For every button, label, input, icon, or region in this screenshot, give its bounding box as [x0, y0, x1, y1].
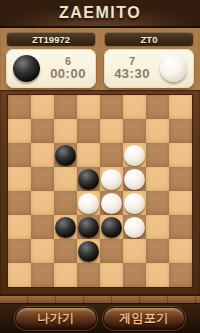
board-cell-h7[interactable]: [169, 239, 192, 263]
board-cell-g2[interactable]: [146, 119, 169, 143]
white-piece: [124, 193, 145, 214]
board-cell-e2[interactable]: [100, 119, 123, 143]
board-cell-d7[interactable]: [77, 239, 100, 263]
board-cell-c2[interactable]: [54, 119, 77, 143]
board-cell-d3[interactable]: [77, 143, 100, 167]
board-cell-e8[interactable]: [100, 263, 123, 287]
board-cell-a7[interactable]: [8, 239, 31, 263]
black-timer: 00:00: [40, 67, 96, 81]
board-cell-f1[interactable]: [123, 95, 146, 119]
board-cell-b1[interactable]: [31, 95, 54, 119]
board-cell-e1[interactable]: [100, 95, 123, 119]
black-player-name-badge: ZT19972: [6, 32, 96, 47]
white-player-name-badge: ZT0: [104, 32, 194, 47]
board-cell-f2[interactable]: [123, 119, 146, 143]
board-cell-d5[interactable]: [77, 191, 100, 215]
board-cell-a6[interactable]: [8, 215, 31, 239]
board-cell-e7[interactable]: [100, 239, 123, 263]
board-cell-g1[interactable]: [146, 95, 169, 119]
white-stone-icon: [160, 55, 187, 82]
board-cell-b6[interactable]: [31, 215, 54, 239]
board-cell-e5[interactable]: [100, 191, 123, 215]
board-cell-c4[interactable]: [54, 167, 77, 191]
board-cell-h2[interactable]: [169, 119, 192, 143]
board-cell-f7[interactable]: [123, 239, 146, 263]
board-cell-g6[interactable]: [146, 215, 169, 239]
board-cell-a4[interactable]: [8, 167, 31, 191]
white-player-stats: 7 43:30: [104, 56, 160, 81]
board-cell-f5[interactable]: [123, 191, 146, 215]
board-frame: [0, 90, 200, 294]
black-piece: [101, 217, 122, 238]
black-piece: [55, 217, 76, 238]
black-player-name: ZT19972: [32, 34, 70, 45]
players-row: ZT19972 6 00:00 ZT0 7 43:30: [0, 28, 200, 88]
board-cell-d8[interactable]: [77, 263, 100, 287]
board-cell-g5[interactable]: [146, 191, 169, 215]
white-timer: 43:30: [104, 67, 160, 81]
app-window: ZAEMITO ZT19972 6 00:00 ZT0 7 43:30: [0, 0, 200, 333]
board-grid: [8, 95, 192, 287]
black-piece: [55, 145, 76, 166]
board-cell-b7[interactable]: [31, 239, 54, 263]
board-cell-h5[interactable]: [169, 191, 192, 215]
board-cell-g8[interactable]: [146, 263, 169, 287]
board-cell-c1[interactable]: [54, 95, 77, 119]
white-piece: [101, 169, 122, 190]
board-cell-a1[interactable]: [8, 95, 31, 119]
white-piece: [101, 193, 122, 214]
board-cell-a5[interactable]: [8, 191, 31, 215]
board-cell-h8[interactable]: [169, 263, 192, 287]
black-stone-icon: [13, 55, 40, 82]
black-piece: [78, 169, 99, 190]
board-cell-h6[interactable]: [169, 215, 192, 239]
wood-shelf: [0, 294, 200, 304]
exit-button[interactable]: 나가기: [15, 307, 97, 330]
board-cell-a2[interactable]: [8, 119, 31, 143]
board-cell-f6[interactable]: [123, 215, 146, 239]
board-cell-g7[interactable]: [146, 239, 169, 263]
board-cell-b4[interactable]: [31, 167, 54, 191]
player-panel-white: ZT0 7 43:30: [104, 32, 194, 88]
board-cell-d4[interactable]: [77, 167, 100, 191]
white-piece: [78, 193, 99, 214]
app-title: ZAEMITO: [59, 4, 141, 22]
black-player-card: 6 00:00: [6, 49, 96, 88]
board-cell-h1[interactable]: [169, 95, 192, 119]
board-cell-c8[interactable]: [54, 263, 77, 287]
white-player-name: ZT0: [141, 34, 158, 45]
board-cell-g3[interactable]: [146, 143, 169, 167]
bottom-bar: 나가기 게임포기: [0, 304, 200, 333]
board-cell-e6[interactable]: [100, 215, 123, 239]
board-cell-d6[interactable]: [77, 215, 100, 239]
board-cell-b2[interactable]: [31, 119, 54, 143]
board-cell-f3[interactable]: [123, 143, 146, 167]
board-cell-c7[interactable]: [54, 239, 77, 263]
board-cell-c6[interactable]: [54, 215, 77, 239]
white-piece: [124, 169, 145, 190]
black-piece: [78, 217, 99, 238]
white-player-card: 7 43:30: [104, 49, 194, 88]
board-cell-b3[interactable]: [31, 143, 54, 167]
board-cell-e3[interactable]: [100, 143, 123, 167]
resign-button[interactable]: 게임포기: [103, 307, 185, 330]
board-cell-e4[interactable]: [100, 167, 123, 191]
board-cell-g4[interactable]: [146, 167, 169, 191]
board-cell-f4[interactable]: [123, 167, 146, 191]
header: ZAEMITO: [0, 0, 200, 28]
board-cell-a8[interactable]: [8, 263, 31, 287]
board-cell-c3[interactable]: [54, 143, 77, 167]
board-cell-b8[interactable]: [31, 263, 54, 287]
white-piece: [124, 145, 145, 166]
board-cell-f8[interactable]: [123, 263, 146, 287]
board-cell-h4[interactable]: [169, 167, 192, 191]
white-piece: [124, 217, 145, 238]
player-panel-black: ZT19972 6 00:00: [6, 32, 96, 88]
board-cell-a3[interactable]: [8, 143, 31, 167]
board-cell-c5[interactable]: [54, 191, 77, 215]
black-player-stats: 6 00:00: [40, 56, 96, 81]
board-cell-b5[interactable]: [31, 191, 54, 215]
board-cell-d1[interactable]: [77, 95, 100, 119]
black-piece: [78, 241, 99, 262]
board-cell-d2[interactable]: [77, 119, 100, 143]
board-cell-h3[interactable]: [169, 143, 192, 167]
